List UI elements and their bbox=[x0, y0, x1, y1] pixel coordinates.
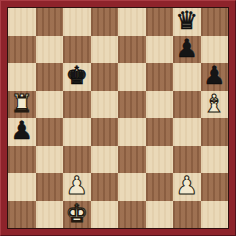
square-e3[interactable] bbox=[118, 146, 146, 174]
square-f6[interactable] bbox=[146, 63, 174, 91]
square-f7[interactable] bbox=[146, 36, 174, 64]
square-b8[interactable] bbox=[36, 8, 64, 36]
square-d2[interactable] bbox=[91, 173, 119, 201]
square-h2[interactable] bbox=[201, 173, 229, 201]
square-b1[interactable] bbox=[36, 201, 64, 229]
square-h7[interactable] bbox=[201, 36, 229, 64]
square-d3[interactable] bbox=[91, 146, 119, 174]
square-e6[interactable] bbox=[118, 63, 146, 91]
square-b2[interactable] bbox=[36, 173, 64, 201]
square-f1[interactable] bbox=[146, 201, 174, 229]
square-a2[interactable] bbox=[8, 173, 36, 201]
square-e1[interactable] bbox=[118, 201, 146, 229]
chess-board: ♛♟♚♟♜♝♟♟♟♚ bbox=[7, 7, 229, 229]
square-c3[interactable] bbox=[63, 146, 91, 174]
square-b5[interactable] bbox=[36, 91, 64, 119]
board-frame: ♛♟♚♟♜♝♟♟♟♚ bbox=[0, 0, 236, 236]
square-g4[interactable] bbox=[173, 118, 201, 146]
square-d7[interactable] bbox=[91, 36, 119, 64]
square-b7[interactable] bbox=[36, 36, 64, 64]
square-d5[interactable] bbox=[91, 91, 119, 119]
square-b4[interactable] bbox=[36, 118, 64, 146]
square-a1[interactable] bbox=[8, 201, 36, 229]
square-e2[interactable] bbox=[118, 173, 146, 201]
square-c1[interactable]: ♚ bbox=[63, 201, 91, 229]
square-e4[interactable] bbox=[118, 118, 146, 146]
square-h5[interactable]: ♝ bbox=[201, 91, 229, 119]
piece-white-king[interactable]: ♚ bbox=[66, 201, 88, 228]
piece-black-pawn[interactable]: ♟ bbox=[11, 118, 33, 145]
square-f2[interactable] bbox=[146, 173, 174, 201]
square-a5[interactable]: ♜ bbox=[8, 91, 36, 119]
piece-white-pawn[interactable]: ♟ bbox=[176, 173, 198, 200]
square-h4[interactable] bbox=[201, 118, 229, 146]
square-g8[interactable]: ♛ bbox=[173, 8, 201, 36]
square-b6[interactable] bbox=[36, 63, 64, 91]
square-g1[interactable] bbox=[173, 201, 201, 229]
piece-white-bishop[interactable]: ♝ bbox=[203, 91, 225, 118]
square-a8[interactable] bbox=[8, 8, 36, 36]
square-a4[interactable]: ♟ bbox=[8, 118, 36, 146]
piece-black-pawn[interactable]: ♟ bbox=[176, 36, 198, 63]
square-d1[interactable] bbox=[91, 201, 119, 229]
square-c2[interactable]: ♟ bbox=[63, 173, 91, 201]
square-a3[interactable] bbox=[8, 146, 36, 174]
square-f4[interactable] bbox=[146, 118, 174, 146]
square-h3[interactable] bbox=[201, 146, 229, 174]
square-e7[interactable] bbox=[118, 36, 146, 64]
piece-black-pawn[interactable]: ♟ bbox=[203, 63, 225, 90]
square-c6[interactable]: ♚ bbox=[63, 63, 91, 91]
square-f5[interactable] bbox=[146, 91, 174, 119]
square-h1[interactable] bbox=[201, 201, 229, 229]
square-e8[interactable] bbox=[118, 8, 146, 36]
square-c4[interactable] bbox=[63, 118, 91, 146]
square-c7[interactable] bbox=[63, 36, 91, 64]
square-g3[interactable] bbox=[173, 146, 201, 174]
square-c8[interactable] bbox=[63, 8, 91, 36]
square-b3[interactable] bbox=[36, 146, 64, 174]
square-e5[interactable] bbox=[118, 91, 146, 119]
square-h8[interactable] bbox=[201, 8, 229, 36]
square-g5[interactable] bbox=[173, 91, 201, 119]
piece-black-king[interactable]: ♚ bbox=[66, 63, 88, 90]
square-a7[interactable] bbox=[8, 36, 36, 64]
square-g7[interactable]: ♟ bbox=[173, 36, 201, 64]
square-d4[interactable] bbox=[91, 118, 119, 146]
square-g6[interactable] bbox=[173, 63, 201, 91]
piece-white-pawn[interactable]: ♟ bbox=[66, 173, 88, 200]
square-d8[interactable] bbox=[91, 8, 119, 36]
square-c5[interactable] bbox=[63, 91, 91, 119]
square-f3[interactable] bbox=[146, 146, 174, 174]
piece-black-queen[interactable]: ♛ bbox=[176, 8, 198, 35]
square-h6[interactable]: ♟ bbox=[201, 63, 229, 91]
square-f8[interactable] bbox=[146, 8, 174, 36]
square-d6[interactable] bbox=[91, 63, 119, 91]
piece-white-rook[interactable]: ♜ bbox=[11, 91, 33, 118]
square-g2[interactable]: ♟ bbox=[173, 173, 201, 201]
square-a6[interactable] bbox=[8, 63, 36, 91]
